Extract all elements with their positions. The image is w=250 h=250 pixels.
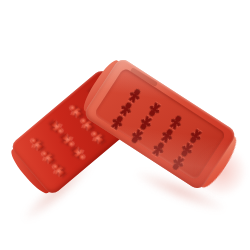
mold-recess bbox=[94, 67, 227, 180]
cavity-grid bbox=[110, 84, 209, 165]
mold-front-cavity-side bbox=[82, 57, 238, 192]
product-photo bbox=[0, 0, 250, 250]
